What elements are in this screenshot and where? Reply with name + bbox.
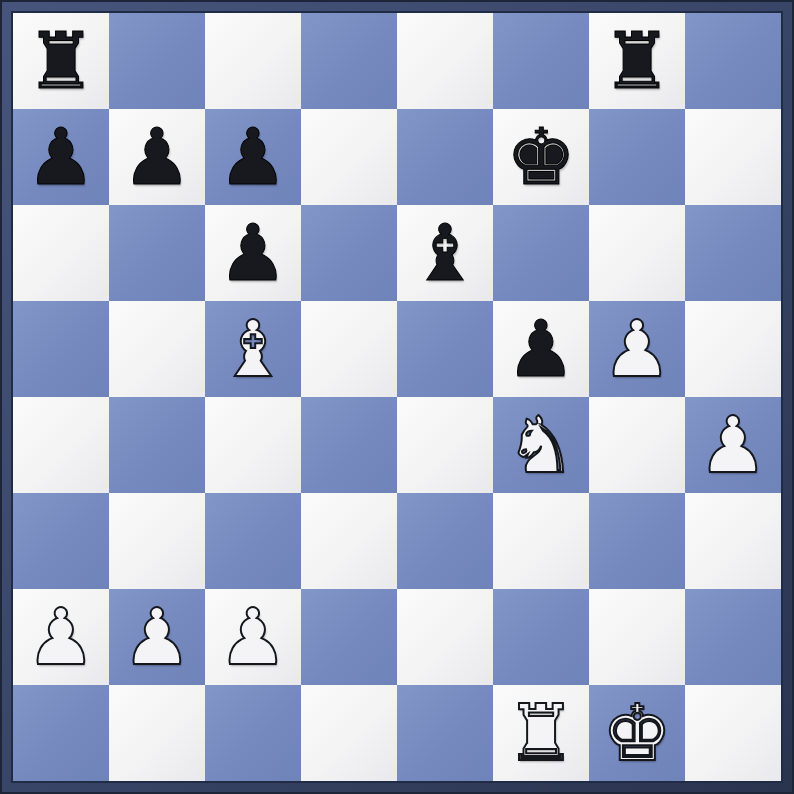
- square-a1[interactable]: [13, 685, 109, 781]
- piece-white-king[interactable]: ♚: [589, 685, 685, 781]
- square-h5[interactable]: [685, 301, 781, 397]
- square-h6[interactable]: [685, 205, 781, 301]
- square-h3[interactable]: [685, 493, 781, 589]
- piece-white-knight[interactable]: ♞: [493, 397, 589, 493]
- square-a7[interactable]: ♟: [13, 109, 109, 205]
- piece-black-rook[interactable]: ♜: [13, 13, 109, 109]
- square-c6[interactable]: ♟: [205, 205, 301, 301]
- square-g4[interactable]: [589, 397, 685, 493]
- square-c4[interactable]: [205, 397, 301, 493]
- square-c3[interactable]: [205, 493, 301, 589]
- square-h4[interactable]: ♟: [685, 397, 781, 493]
- square-b6[interactable]: [109, 205, 205, 301]
- piece-white-pawn[interactable]: ♟: [685, 397, 781, 493]
- piece-white-rook[interactable]: ♜: [493, 685, 589, 781]
- piece-black-bishop[interactable]: ♝: [397, 205, 493, 301]
- square-d5[interactable]: [301, 301, 397, 397]
- square-g5[interactable]: ♟: [589, 301, 685, 397]
- square-e7[interactable]: [397, 109, 493, 205]
- square-d1[interactable]: [301, 685, 397, 781]
- square-b5[interactable]: [109, 301, 205, 397]
- square-d7[interactable]: [301, 109, 397, 205]
- square-a6[interactable]: [13, 205, 109, 301]
- square-f6[interactable]: [493, 205, 589, 301]
- square-e6[interactable]: ♝: [397, 205, 493, 301]
- square-b2[interactable]: ♟: [109, 589, 205, 685]
- square-g1[interactable]: ♚: [589, 685, 685, 781]
- square-h2[interactable]: [685, 589, 781, 685]
- square-f7[interactable]: ♚: [493, 109, 589, 205]
- square-d8[interactable]: [301, 13, 397, 109]
- chess-board-frame: ♜♜♟♟♟♚♟♝♝♟♟♞♟♟♟♟♜♚: [0, 0, 794, 794]
- square-h7[interactable]: [685, 109, 781, 205]
- square-c5[interactable]: ♝: [205, 301, 301, 397]
- piece-black-pawn[interactable]: ♟: [493, 301, 589, 397]
- square-f8[interactable]: [493, 13, 589, 109]
- square-c8[interactable]: [205, 13, 301, 109]
- square-b4[interactable]: [109, 397, 205, 493]
- piece-white-pawn[interactable]: ♟: [13, 589, 109, 685]
- square-e5[interactable]: [397, 301, 493, 397]
- piece-white-pawn[interactable]: ♟: [109, 589, 205, 685]
- piece-black-rook[interactable]: ♜: [589, 13, 685, 109]
- square-c7[interactable]: ♟: [205, 109, 301, 205]
- square-c2[interactable]: ♟: [205, 589, 301, 685]
- square-d6[interactable]: [301, 205, 397, 301]
- piece-black-pawn[interactable]: ♟: [205, 205, 301, 301]
- chess-board: ♜♜♟♟♟♚♟♝♝♟♟♞♟♟♟♟♜♚: [13, 13, 781, 781]
- square-e8[interactable]: [397, 13, 493, 109]
- square-h1[interactable]: [685, 685, 781, 781]
- square-f5[interactable]: ♟: [493, 301, 589, 397]
- square-d3[interactable]: [301, 493, 397, 589]
- piece-black-king[interactable]: ♚: [493, 109, 589, 205]
- square-f1[interactable]: ♜: [493, 685, 589, 781]
- square-a8[interactable]: ♜: [13, 13, 109, 109]
- square-d2[interactable]: [301, 589, 397, 685]
- square-e2[interactable]: [397, 589, 493, 685]
- square-a5[interactable]: [13, 301, 109, 397]
- square-g2[interactable]: [589, 589, 685, 685]
- square-f2[interactable]: [493, 589, 589, 685]
- square-b7[interactable]: ♟: [109, 109, 205, 205]
- piece-black-pawn[interactable]: ♟: [109, 109, 205, 205]
- piece-white-pawn[interactable]: ♟: [205, 589, 301, 685]
- piece-black-pawn[interactable]: ♟: [205, 109, 301, 205]
- square-b1[interactable]: [109, 685, 205, 781]
- square-e4[interactable]: [397, 397, 493, 493]
- square-g3[interactable]: [589, 493, 685, 589]
- square-c1[interactable]: [205, 685, 301, 781]
- square-f4[interactable]: ♞: [493, 397, 589, 493]
- square-a4[interactable]: [13, 397, 109, 493]
- square-b3[interactable]: [109, 493, 205, 589]
- square-g6[interactable]: [589, 205, 685, 301]
- piece-white-pawn[interactable]: ♟: [589, 301, 685, 397]
- square-e1[interactable]: [397, 685, 493, 781]
- square-a2[interactable]: ♟: [13, 589, 109, 685]
- square-b8[interactable]: [109, 13, 205, 109]
- square-e3[interactable]: [397, 493, 493, 589]
- square-g8[interactable]: ♜: [589, 13, 685, 109]
- square-f3[interactable]: [493, 493, 589, 589]
- piece-white-bishop[interactable]: ♝: [205, 301, 301, 397]
- square-d4[interactable]: [301, 397, 397, 493]
- piece-black-pawn[interactable]: ♟: [13, 109, 109, 205]
- square-h8[interactable]: [685, 13, 781, 109]
- square-a3[interactable]: [13, 493, 109, 589]
- square-g7[interactable]: [589, 109, 685, 205]
